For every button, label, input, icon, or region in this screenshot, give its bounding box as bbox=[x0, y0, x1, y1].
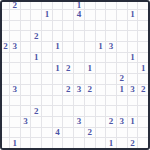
empty-cell-r3c8[interactable] bbox=[85, 31, 95, 41]
empty-cell-r4c6[interactable] bbox=[63, 42, 73, 52]
empty-cell-r8c5[interactable] bbox=[53, 85, 63, 95]
empty-cell-r10c4[interactable] bbox=[42, 106, 52, 116]
empty-cell-r9c1[interactable] bbox=[10, 96, 20, 106]
clue-cell-r8c1: 3 bbox=[10, 85, 20, 95]
clue-cell-r8c6: 2 bbox=[63, 85, 73, 95]
empty-cell-r7c1[interactable] bbox=[10, 74, 20, 84]
empty-cell-r12c6[interactable] bbox=[63, 128, 73, 138]
empty-cell-r2c0[interactable] bbox=[2, 21, 9, 31]
empty-cell-r3c4[interactable] bbox=[42, 31, 52, 41]
empty-cell-r10c9[interactable] bbox=[96, 106, 106, 116]
clue-cell-r0c7: 1 bbox=[74, 2, 84, 9]
empty-cell-r12c4[interactable] bbox=[42, 128, 52, 138]
clue-cell-r3c3: 2 bbox=[31, 31, 41, 41]
clue-cell-r10c3: 2 bbox=[31, 106, 41, 116]
empty-cell-r8c4[interactable] bbox=[42, 85, 52, 95]
clue-cell-r13c1: 1 bbox=[10, 138, 20, 148]
empty-cell-r6c11[interactable] bbox=[117, 63, 127, 73]
empty-cell-r1c11[interactable] bbox=[117, 10, 127, 20]
empty-cell-r6c3[interactable] bbox=[31, 63, 41, 73]
empty-cell-r3c9[interactable] bbox=[96, 31, 106, 41]
empty-cell-r13c3[interactable] bbox=[31, 138, 41, 148]
empty-cell-r2c9[interactable] bbox=[96, 21, 106, 31]
empty-cell-r6c10[interactable] bbox=[106, 63, 116, 73]
empty-cell-r13c2[interactable] bbox=[21, 138, 31, 148]
clue-cell-r8c13: 2 bbox=[138, 85, 148, 95]
empty-cell-r2c1[interactable] bbox=[10, 21, 20, 31]
empty-cell-r10c0[interactable] bbox=[2, 106, 9, 116]
clue-cell-r11c2: 3 bbox=[21, 117, 31, 127]
empty-cell-r7c5[interactable] bbox=[53, 74, 63, 84]
empty-cell-r0c4[interactable] bbox=[42, 2, 52, 9]
empty-cell-r3c2[interactable] bbox=[21, 31, 31, 41]
clue-cell-r4c9: 1 bbox=[96, 42, 106, 52]
empty-cell-r10c6[interactable] bbox=[63, 106, 73, 116]
empty-cell-r1c1[interactable] bbox=[10, 10, 20, 20]
empty-cell-r5c2[interactable] bbox=[21, 53, 31, 63]
empty-cell-r13c0[interactable] bbox=[2, 138, 9, 148]
empty-cell-r6c2[interactable] bbox=[21, 63, 31, 73]
empty-cell-r0c10[interactable] bbox=[106, 2, 116, 9]
clue-cell-r12c8: 2 bbox=[85, 128, 95, 138]
empty-cell-r0c0[interactable] bbox=[2, 2, 9, 9]
empty-cell-r0c5[interactable] bbox=[53, 2, 63, 9]
clue-cell-r6c6: 2 bbox=[63, 63, 73, 73]
empty-cell-r11c0[interactable] bbox=[2, 117, 9, 127]
empty-cell-r11c8[interactable] bbox=[85, 117, 95, 127]
empty-cell-r7c3[interactable] bbox=[31, 74, 41, 84]
clue-cell-r13c10: 1 bbox=[106, 138, 116, 148]
clue-cell-r5c12: 1 bbox=[128, 53, 138, 63]
empty-cell-r7c12[interactable] bbox=[128, 74, 138, 84]
empty-cell-r11c9[interactable] bbox=[96, 117, 106, 127]
clue-cell-r0c1: 2 bbox=[10, 2, 20, 9]
empty-cell-r10c7[interactable] bbox=[74, 106, 84, 116]
empty-cell-r0c8[interactable] bbox=[85, 2, 95, 9]
empty-cell-r2c12[interactable] bbox=[128, 21, 138, 31]
empty-cell-r9c7[interactable] bbox=[74, 96, 84, 106]
empty-cell-r1c10[interactable] bbox=[106, 10, 116, 20]
empty-cell-r4c8[interactable] bbox=[85, 42, 95, 52]
empty-cell-r1c2[interactable] bbox=[21, 10, 31, 20]
empty-cell-r12c2[interactable] bbox=[21, 128, 31, 138]
clue-cell-r1c4: 1 bbox=[42, 10, 52, 20]
empty-cell-r13c7[interactable] bbox=[74, 138, 84, 148]
empty-cell-r6c4[interactable] bbox=[42, 63, 52, 73]
empty-cell-r6c12[interactable] bbox=[128, 63, 138, 73]
empty-cell-r10c8[interactable] bbox=[85, 106, 95, 116]
empty-cell-r12c12[interactable] bbox=[128, 128, 138, 138]
empty-cell-r2c13[interactable] bbox=[138, 21, 148, 31]
empty-cell-r13c8[interactable] bbox=[85, 138, 95, 148]
clue-cell-r11c7: 3 bbox=[74, 117, 84, 127]
empty-cell-r2c10[interactable] bbox=[106, 21, 116, 31]
empty-cell-r11c3[interactable] bbox=[31, 117, 41, 127]
empty-cell-r7c7[interactable] bbox=[74, 74, 84, 84]
empty-cell-r0c12[interactable] bbox=[128, 2, 138, 9]
empty-cell-r10c2[interactable] bbox=[21, 106, 31, 116]
clue-cell-r1c7: 4 bbox=[74, 10, 84, 20]
empty-cell-r5c7[interactable] bbox=[74, 53, 84, 63]
empty-cell-r12c0[interactable] bbox=[2, 128, 9, 138]
clue-cell-r11c10: 2 bbox=[106, 117, 116, 127]
empty-cell-r13c9[interactable] bbox=[96, 138, 106, 148]
empty-cell-r0c3[interactable] bbox=[31, 2, 41, 9]
clue-cell-r4c5: 1 bbox=[53, 42, 63, 52]
clue-cell-r5c3: 1 bbox=[31, 53, 41, 63]
clue-cell-r6c13: 1 bbox=[138, 63, 148, 73]
empty-cell-r12c7[interactable] bbox=[74, 128, 84, 138]
clue-cell-r6c5: 1 bbox=[53, 63, 63, 73]
empty-cell-r4c4[interactable] bbox=[42, 42, 52, 52]
empty-cell-r3c10[interactable] bbox=[106, 31, 116, 41]
empty-cell-r5c9[interactable] bbox=[96, 53, 106, 63]
empty-cell-r10c11[interactable] bbox=[117, 106, 127, 116]
empty-cell-r8c10[interactable] bbox=[106, 85, 116, 95]
empty-cell-r9c4[interactable] bbox=[42, 96, 52, 106]
empty-cell-r4c13[interactable] bbox=[138, 42, 148, 52]
empty-cell-r0c13[interactable] bbox=[138, 2, 148, 9]
empty-cell-r13c4[interactable] bbox=[42, 138, 52, 148]
empty-cell-r12c9[interactable] bbox=[96, 128, 106, 138]
clue-cell-r8c11: 1 bbox=[117, 85, 127, 95]
empty-cell-r5c6[interactable] bbox=[63, 53, 73, 63]
empty-cell-r0c9[interactable] bbox=[96, 2, 106, 9]
empty-cell-r5c0[interactable] bbox=[2, 53, 9, 63]
empty-cell-r10c13[interactable] bbox=[138, 106, 148, 116]
empty-cell-r11c6[interactable] bbox=[63, 117, 73, 127]
empty-cell-r1c8[interactable] bbox=[85, 10, 95, 20]
empty-cell-r12c11[interactable] bbox=[117, 128, 127, 138]
empty-cell-r12c13[interactable] bbox=[138, 128, 148, 138]
empty-cell-r6c7[interactable] bbox=[74, 63, 84, 73]
clue-cell-r12c5: 4 bbox=[53, 128, 63, 138]
empty-cell-r1c13[interactable] bbox=[138, 10, 148, 20]
empty-cell-r4c11[interactable] bbox=[117, 42, 127, 52]
empty-cell-r5c1[interactable] bbox=[10, 53, 20, 63]
empty-cell-r13c13[interactable] bbox=[138, 138, 148, 148]
empty-cell-r3c13[interactable] bbox=[138, 31, 148, 41]
clue-cell-r6c8: 1 bbox=[85, 63, 95, 73]
empty-cell-r11c5[interactable] bbox=[53, 117, 63, 127]
empty-cell-r7c0[interactable] bbox=[2, 74, 9, 84]
empty-cell-r0c6[interactable] bbox=[63, 2, 73, 9]
empty-cell-r1c3[interactable] bbox=[31, 10, 41, 20]
empty-cell-r13c11[interactable] bbox=[117, 138, 127, 148]
clue-cell-r1c12: 1 bbox=[128, 10, 138, 20]
empty-cell-r9c11[interactable] bbox=[117, 96, 127, 106]
empty-cell-r7c13[interactable] bbox=[138, 74, 148, 84]
empty-cell-r5c10[interactable] bbox=[106, 53, 116, 63]
empty-cell-r1c6[interactable] bbox=[63, 10, 73, 20]
clue-cell-r8c12: 3 bbox=[128, 85, 138, 95]
empty-cell-r9c5[interactable] bbox=[53, 96, 63, 106]
clue-cell-r4c1: 3 bbox=[10, 42, 20, 52]
empty-cell-r5c11[interactable] bbox=[117, 53, 127, 63]
empty-cell-r10c1[interactable] bbox=[10, 106, 20, 116]
empty-cell-r1c9[interactable] bbox=[96, 10, 106, 20]
empty-cell-r9c0[interactable] bbox=[2, 96, 9, 106]
empty-cell-r7c4[interactable] bbox=[42, 74, 52, 84]
empty-cell-r2c2[interactable] bbox=[21, 21, 31, 31]
empty-cell-r1c0[interactable] bbox=[2, 10, 9, 20]
empty-cell-r13c6[interactable] bbox=[63, 138, 73, 148]
empty-cell-r2c7[interactable] bbox=[74, 21, 84, 31]
empty-cell-r9c3[interactable] bbox=[31, 96, 41, 106]
empty-cell-r8c0[interactable] bbox=[2, 85, 9, 95]
empty-cell-r0c11[interactable] bbox=[117, 2, 127, 9]
empty-cell-r9c12[interactable] bbox=[128, 96, 138, 106]
clue-cell-r8c7: 3 bbox=[74, 85, 84, 95]
clue-cell-r4c10: 3 bbox=[106, 42, 116, 52]
clue-cell-r13c12: 2 bbox=[128, 138, 138, 148]
empty-cell-r10c10[interactable] bbox=[106, 106, 116, 116]
empty-cell-r7c9[interactable] bbox=[96, 74, 106, 84]
empty-cell-r12c3[interactable] bbox=[31, 128, 41, 138]
clue-cell-r8c8: 2 bbox=[85, 85, 95, 95]
empty-cell-r7c2[interactable] bbox=[21, 74, 31, 84]
empty-cell-r9c10[interactable] bbox=[106, 96, 116, 106]
empty-cell-r1c5[interactable] bbox=[53, 10, 63, 20]
empty-cell-r9c8[interactable] bbox=[85, 96, 95, 106]
empty-cell-r11c1[interactable] bbox=[10, 117, 20, 127]
empty-cell-r2c6[interactable] bbox=[63, 21, 73, 31]
empty-cell-r3c7[interactable] bbox=[74, 31, 84, 41]
empty-cell-r4c3[interactable] bbox=[31, 42, 41, 52]
puzzle-board: 211412231131112112323213223323142112 bbox=[0, 0, 150, 150]
empty-cell-r7c10[interactable] bbox=[106, 74, 116, 84]
empty-cell-r10c5[interactable] bbox=[53, 106, 63, 116]
empty-cell-r2c4[interactable] bbox=[42, 21, 52, 31]
empty-cell-r3c12[interactable] bbox=[128, 31, 138, 41]
empty-cell-r12c1[interactable] bbox=[10, 128, 20, 138]
empty-cell-r4c12[interactable] bbox=[128, 42, 138, 52]
empty-cell-r3c0[interactable] bbox=[2, 31, 9, 41]
empty-cell-r5c5[interactable] bbox=[53, 53, 63, 63]
empty-cell-r4c2[interactable] bbox=[21, 42, 31, 52]
clue-cell-r11c12: 1 bbox=[128, 117, 138, 127]
empty-cell-r2c3[interactable] bbox=[31, 21, 41, 31]
empty-cell-r9c6[interactable] bbox=[63, 96, 73, 106]
empty-cell-r3c6[interactable] bbox=[63, 31, 73, 41]
empty-cell-r7c6[interactable] bbox=[63, 74, 73, 84]
empty-cell-r11c13[interactable] bbox=[138, 117, 148, 127]
empty-cell-r4c7[interactable] bbox=[74, 42, 84, 52]
empty-cell-r11c4[interactable] bbox=[42, 117, 52, 127]
empty-cell-r8c3[interactable] bbox=[31, 85, 41, 95]
empty-cell-r9c2[interactable] bbox=[21, 96, 31, 106]
empty-cell-r2c8[interactable] bbox=[85, 21, 95, 31]
empty-cell-r3c11[interactable] bbox=[117, 31, 127, 41]
clue-cell-r11c11: 3 bbox=[117, 117, 127, 127]
empty-cell-r6c9[interactable] bbox=[96, 63, 106, 73]
empty-cell-r0c2[interactable] bbox=[21, 2, 31, 9]
empty-cell-r3c1[interactable] bbox=[10, 31, 20, 41]
clue-cell-r4c0: 2 bbox=[2, 42, 9, 52]
empty-cell-r2c11[interactable] bbox=[117, 21, 127, 31]
empty-cell-r6c0[interactable] bbox=[2, 63, 9, 73]
empty-cell-r5c13[interactable] bbox=[138, 53, 148, 63]
empty-cell-r5c8[interactable] bbox=[85, 53, 95, 63]
empty-cell-r5c4[interactable] bbox=[42, 53, 52, 63]
empty-cell-r2c5[interactable] bbox=[53, 21, 63, 31]
empty-cell-r8c2[interactable] bbox=[21, 85, 31, 95]
empty-cell-r3c5[interactable] bbox=[53, 31, 63, 41]
clue-cell-r7c11: 2 bbox=[117, 74, 127, 84]
empty-cell-r9c9[interactable] bbox=[96, 96, 106, 106]
empty-cell-r8c9[interactable] bbox=[96, 85, 106, 95]
empty-cell-r7c8[interactable] bbox=[85, 74, 95, 84]
empty-cell-r10c12[interactable] bbox=[128, 106, 138, 116]
empty-cell-r12c10[interactable] bbox=[106, 128, 116, 138]
empty-cell-r13c5[interactable] bbox=[53, 138, 63, 148]
empty-cell-r6c1[interactable] bbox=[10, 63, 20, 73]
empty-cell-r9c13[interactable] bbox=[138, 96, 148, 106]
